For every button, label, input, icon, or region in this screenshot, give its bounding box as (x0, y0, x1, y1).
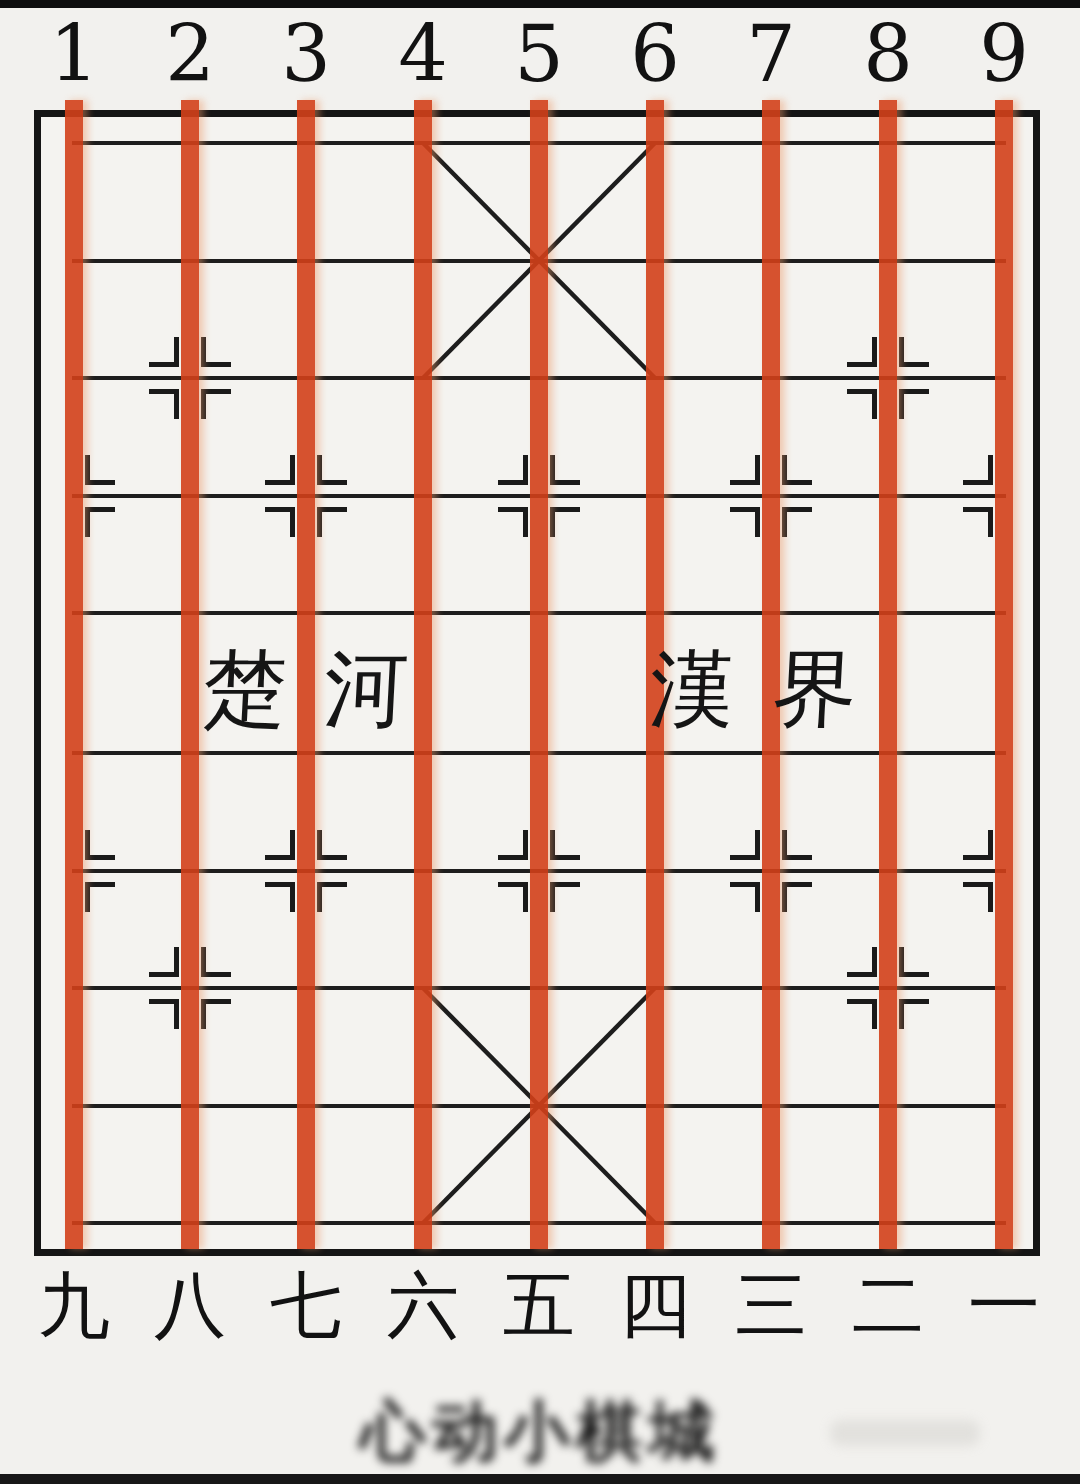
position-marker (782, 507, 787, 537)
position-marker (85, 882, 90, 912)
position-marker (988, 455, 993, 485)
river-text: 漢 (629, 639, 754, 739)
file-number-bottom-7: 三 (726, 1262, 816, 1348)
position-marker (85, 507, 90, 537)
file-number-bottom-3: 七 (261, 1262, 351, 1348)
position-marker (201, 947, 206, 977)
position-marker (899, 999, 904, 1029)
file-number-top-1: 1 (29, 12, 119, 96)
position-marker (201, 337, 206, 367)
position-marker (755, 882, 760, 912)
file-number-bottom-1: 九 (29, 1262, 119, 1348)
position-marker (782, 882, 787, 912)
file-number-bottom-2: 八 (145, 1262, 235, 1348)
file-line-5 (530, 100, 548, 1249)
position-marker (85, 830, 90, 860)
position-marker (550, 507, 555, 537)
position-marker (782, 455, 787, 485)
position-marker (85, 455, 90, 485)
file-number-bottom-4: 六 (378, 1262, 468, 1348)
xiangqi-board: 楚河漢界 (34, 110, 1040, 1256)
position-marker (550, 830, 555, 860)
position-marker (290, 507, 295, 537)
position-marker (174, 389, 179, 419)
position-marker (872, 389, 877, 419)
position-marker (988, 507, 993, 537)
position-marker (523, 830, 528, 860)
file-number-bottom-9: 一 (959, 1262, 1049, 1348)
position-marker (782, 830, 787, 860)
bottom-edge-strip (0, 1474, 1080, 1484)
position-marker (290, 882, 295, 912)
file-number-top-4: 4 (378, 12, 468, 96)
position-marker (899, 337, 904, 367)
position-marker (523, 882, 528, 912)
position-marker (201, 999, 206, 1029)
river-text: 河 (303, 639, 428, 739)
file-line-1 (65, 100, 83, 1249)
position-marker (872, 947, 877, 977)
river-text: 界 (752, 639, 877, 739)
file-number-top-2: 2 (145, 12, 235, 96)
file-number-top-5: 5 (494, 12, 584, 96)
position-marker (174, 337, 179, 367)
position-marker (290, 830, 295, 860)
position-marker (755, 507, 760, 537)
top-edge-strip (0, 0, 1080, 8)
file-number-top-8: 8 (843, 12, 933, 96)
position-marker (317, 507, 322, 537)
position-marker (872, 999, 877, 1029)
position-marker (872, 337, 877, 367)
file-number-bottom-6: 四 (610, 1262, 700, 1348)
position-marker (317, 455, 322, 485)
position-marker (988, 882, 993, 912)
faint-watermark-smudge (830, 1420, 980, 1446)
file-number-top-6: 6 (610, 12, 700, 96)
position-marker (174, 947, 179, 977)
position-marker (988, 830, 993, 860)
position-marker (201, 389, 206, 419)
file-number-top-3: 3 (261, 12, 351, 96)
river-text: 楚 (182, 639, 307, 739)
position-marker (174, 999, 179, 1029)
position-marker (755, 830, 760, 860)
position-marker (899, 389, 904, 419)
file-number-bottom-5: 五 (494, 1262, 584, 1348)
position-marker (550, 455, 555, 485)
position-marker (523, 455, 528, 485)
position-marker (317, 830, 322, 860)
file-number-top-7: 7 (726, 12, 816, 96)
position-marker (523, 507, 528, 537)
position-marker (317, 882, 322, 912)
position-marker (550, 882, 555, 912)
file-number-bottom-8: 二 (843, 1262, 933, 1348)
xiangqi-file-diagram: 123456789 楚河漢界 九八七六五四三二一 心动小棋城 (0, 0, 1080, 1484)
file-line-8 (879, 100, 897, 1249)
file-number-top-9: 9 (959, 12, 1049, 96)
position-marker (755, 455, 760, 485)
file-line-9 (995, 100, 1013, 1249)
position-marker (290, 455, 295, 485)
position-marker (899, 947, 904, 977)
